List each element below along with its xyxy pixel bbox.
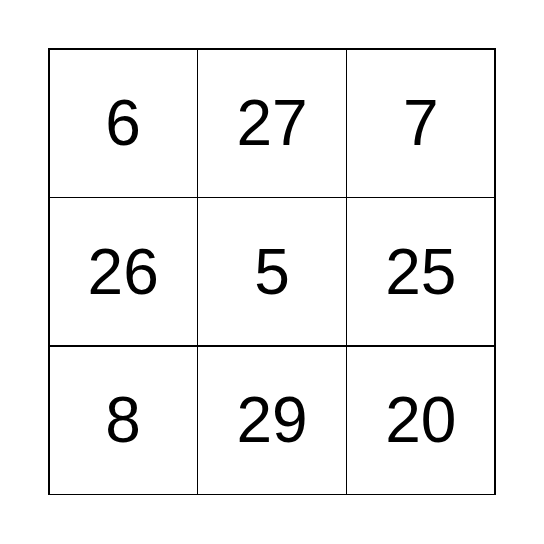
cell-r2c2: 5 <box>198 198 345 345</box>
cell-r2c1: 26 <box>50 198 197 345</box>
cell-r3c2: 29 <box>198 347 345 494</box>
cell-r1c3: 7 <box>347 50 494 197</box>
cell-r1c2: 27 <box>198 50 345 197</box>
cell-r1c1: 6 <box>50 50 197 197</box>
cell-r3c3: 20 <box>347 347 494 494</box>
number-grid-board: 6 27 7 26 5 25 8 29 20 <box>48 48 496 495</box>
cell-r2c3: 25 <box>347 198 494 345</box>
cell-r3c1: 8 <box>50 347 197 494</box>
